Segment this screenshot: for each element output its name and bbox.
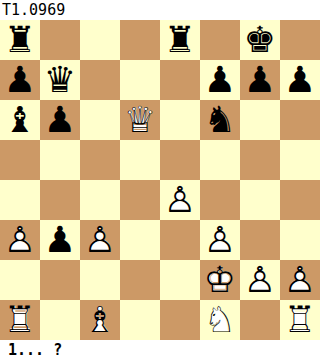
square-d2[interactable] [120,260,160,300]
piece-black-pawn: ♟ [280,60,320,100]
square-d7[interactable] [120,60,160,100]
square-c1[interactable]: ♝♗ [80,300,120,340]
square-c8[interactable] [80,20,120,60]
square-e3[interactable] [160,220,200,260]
square-e4[interactable]: ♟♙ [160,180,200,220]
chess-board: ♜♜♚♟♛♟♟♟♝♟♛♕♞♟♙♟♙♟♟♙♟♙♚♔♟♙♟♙♜♖♝♗♞♘♜♖ [0,20,320,340]
piece-white-rook: ♖ [0,300,40,340]
square-d4[interactable] [120,180,160,220]
square-h7[interactable]: ♟ [280,60,320,100]
square-e7[interactable] [160,60,200,100]
footer-bar: 1... ? [0,340,320,360]
piece-black-knight: ♞ [200,100,240,140]
piece-black-king: ♚ [240,20,280,60]
piece-black-queen: ♛ [40,60,80,100]
square-b1[interactable] [40,300,80,340]
square-d6[interactable]: ♛♕ [120,100,160,140]
piece-black-pawn: ♟ [40,220,80,260]
square-f3[interactable]: ♟♙ [200,220,240,260]
square-e6[interactable] [160,100,200,140]
piece-black-rook: ♜ [0,20,40,60]
square-b2[interactable] [40,260,80,300]
piece-white-pawn: ♙ [280,260,320,300]
square-b6[interactable]: ♟ [40,100,80,140]
move-prompt-label: 1... ? [8,341,62,359]
square-a3[interactable]: ♟♙ [0,220,40,260]
square-d5[interactable] [120,140,160,180]
square-d1[interactable] [120,300,160,340]
square-f6[interactable]: ♞ [200,100,240,140]
square-b7[interactable]: ♛ [40,60,80,100]
square-f8[interactable] [200,20,240,60]
square-d3[interactable] [120,220,160,260]
square-c2[interactable] [80,260,120,300]
square-a7[interactable]: ♟ [0,60,40,100]
square-c7[interactable] [80,60,120,100]
square-h6[interactable] [280,100,320,140]
square-b3[interactable]: ♟ [40,220,80,260]
piece-white-king: ♔ [200,260,240,300]
piece-black-pawn: ♟ [200,60,240,100]
square-b8[interactable] [40,20,80,60]
piece-white-pawn: ♙ [200,220,240,260]
square-f5[interactable] [200,140,240,180]
square-g2[interactable]: ♟♙ [240,260,280,300]
piece-white-pawn: ♙ [0,220,40,260]
square-e5[interactable] [160,140,200,180]
square-g3[interactable] [240,220,280,260]
square-c5[interactable] [80,140,120,180]
square-g6[interactable] [240,100,280,140]
square-a5[interactable] [0,140,40,180]
square-c6[interactable] [80,100,120,140]
piece-black-pawn: ♟ [0,60,40,100]
square-b4[interactable] [40,180,80,220]
title-bar: T1.0969 [0,0,320,20]
piece-white-pawn: ♙ [240,260,280,300]
square-g1[interactable] [240,300,280,340]
square-e2[interactable] [160,260,200,300]
square-a4[interactable] [0,180,40,220]
piece-black-pawn: ♟ [240,60,280,100]
square-f1[interactable]: ♞♘ [200,300,240,340]
piece-white-rook: ♖ [280,300,320,340]
piece-black-bishop: ♝ [0,100,40,140]
square-h8[interactable] [280,20,320,60]
piece-black-rook: ♜ [160,20,200,60]
piece-white-bishop: ♗ [80,300,120,340]
square-h3[interactable] [280,220,320,260]
square-c3[interactable]: ♟♙ [80,220,120,260]
square-a8[interactable]: ♜ [0,20,40,60]
square-d8[interactable] [120,20,160,60]
piece-white-knight: ♘ [200,300,240,340]
piece-black-pawn: ♟ [40,100,80,140]
square-a6[interactable]: ♝ [0,100,40,140]
square-g7[interactable]: ♟ [240,60,280,100]
square-g4[interactable] [240,180,280,220]
square-b5[interactable] [40,140,80,180]
square-c4[interactable] [80,180,120,220]
square-h2[interactable]: ♟♙ [280,260,320,300]
square-g5[interactable] [240,140,280,180]
square-e1[interactable] [160,300,200,340]
square-a2[interactable] [0,260,40,300]
piece-white-pawn: ♙ [80,220,120,260]
square-h1[interactable]: ♜♖ [280,300,320,340]
square-f2[interactable]: ♚♔ [200,260,240,300]
square-a1[interactable]: ♜♖ [0,300,40,340]
square-f7[interactable]: ♟ [200,60,240,100]
square-h4[interactable] [280,180,320,220]
square-e8[interactable]: ♜ [160,20,200,60]
puzzle-id-label: T1.0969 [2,1,65,19]
square-g8[interactable]: ♚ [240,20,280,60]
square-f4[interactable] [200,180,240,220]
piece-white-pawn: ♙ [160,180,200,220]
square-h5[interactable] [280,140,320,180]
piece-white-queen: ♕ [120,100,160,140]
chess-puzzle-app: T1.0969 ♜♜♚♟♛♟♟♟♝♟♛♕♞♟♙♟♙♟♟♙♟♙♚♔♟♙♟♙♜♖♝♗… [0,0,320,360]
